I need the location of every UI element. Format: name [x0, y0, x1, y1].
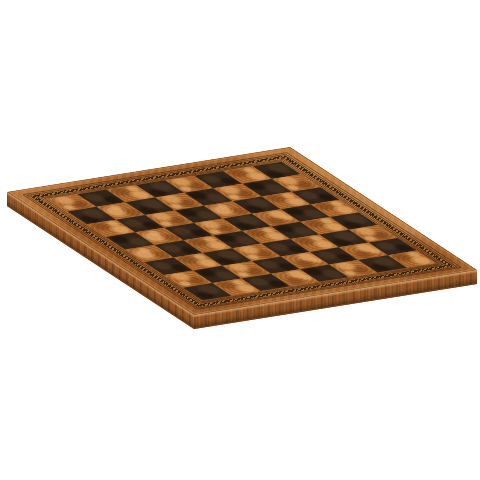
product-photo-stage [0, 0, 480, 480]
